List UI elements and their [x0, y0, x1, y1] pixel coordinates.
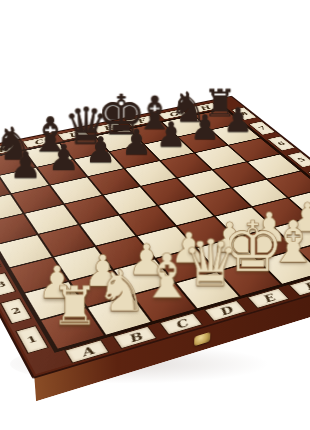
piece-black-pawn[interactable]: ♟: [219, 73, 256, 137]
chess-board: AABBCCDDEEFFGGHH8877665544332211♜♞♝♛♚♝♞♜…: [0, 96, 310, 379]
brass-clasp-front: [194, 332, 210, 346]
photo-canvas: AABBCCDDEEFFGGHH8877665544332211♜♞♝♛♚♝♞♜…: [0, 0, 310, 430]
piece-white-bishop[interactable]: ♝: [142, 221, 191, 305]
piece-black-pawn[interactable]: ♟: [6, 114, 46, 183]
piece-black-pawn[interactable]: ♟: [117, 92, 156, 158]
piece-white-knight[interactable]: ♞: [97, 233, 147, 319]
piece-black-pawn[interactable]: ♟: [152, 85, 190, 150]
piece-black-pawn[interactable]: ♟: [44, 106, 84, 174]
piece-black-pawn[interactable]: ♟: [0, 121, 7, 191]
piece-white-rook[interactable]: ♜: [49, 244, 100, 332]
piece-black-pawn[interactable]: ♟: [186, 79, 224, 143]
piece-black-pawn[interactable]: ♟: [81, 99, 120, 166]
scene: AABBCCDDEEFFGGHH8877665544332211♜♞♝♛♚♝♞♜…: [0, 0, 310, 430]
